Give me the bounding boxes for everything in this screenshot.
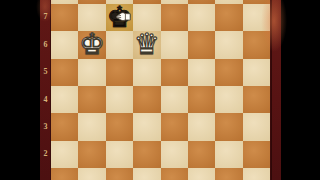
rank-label-4: 4 xyxy=(40,95,51,105)
square-a4[interactable] xyxy=(51,86,78,113)
square-a1[interactable] xyxy=(51,168,78,180)
square-f7[interactable] xyxy=(188,4,215,31)
square-g3[interactable] xyxy=(215,113,242,140)
board-frame: ♚♚♛ 765432 xyxy=(40,0,281,180)
square-c4[interactable] xyxy=(106,86,133,113)
square-g7[interactable] xyxy=(215,4,242,31)
square-h3[interactable] xyxy=(243,113,270,140)
square-g2[interactable] xyxy=(215,141,242,168)
frame-sheen-top-right xyxy=(261,0,287,52)
square-e1[interactable] xyxy=(161,168,188,180)
square-b5[interactable] xyxy=(78,59,105,86)
square-b3[interactable] xyxy=(78,113,105,140)
square-f6[interactable] xyxy=(188,31,215,58)
square-c3[interactable] xyxy=(106,113,133,140)
chess-board: ♚♚♛ xyxy=(51,0,270,180)
square-d5[interactable] xyxy=(133,59,160,86)
square-h5[interactable] xyxy=(243,59,270,86)
square-h1[interactable] xyxy=(243,168,270,180)
square-e7[interactable] xyxy=(161,4,188,31)
square-f1[interactable] xyxy=(188,168,215,180)
square-a2[interactable] xyxy=(51,141,78,168)
square-a5[interactable] xyxy=(51,59,78,86)
square-g6[interactable] xyxy=(215,31,242,58)
square-e6[interactable] xyxy=(161,31,188,58)
square-d3[interactable] xyxy=(133,113,160,140)
square-e4[interactable] xyxy=(161,86,188,113)
white-queen[interactable]: ♛ xyxy=(133,31,160,58)
square-e2[interactable] xyxy=(161,141,188,168)
square-a7[interactable] xyxy=(51,4,78,31)
square-d2[interactable] xyxy=(133,141,160,168)
square-g4[interactable] xyxy=(215,86,242,113)
square-c6[interactable] xyxy=(106,31,133,58)
white-king[interactable]: ♚ xyxy=(78,31,105,58)
square-d6[interactable]: ♛ xyxy=(133,31,160,58)
square-c5[interactable] xyxy=(106,59,133,86)
rank-label-6: 6 xyxy=(40,40,51,50)
square-h2[interactable] xyxy=(243,141,270,168)
square-e5[interactable] xyxy=(161,59,188,86)
square-b6[interactable]: ♚ xyxy=(78,31,105,58)
square-a6[interactable] xyxy=(51,31,78,58)
square-g5[interactable] xyxy=(215,59,242,86)
video-frame: ♚♚♛ 765432 xyxy=(0,0,320,180)
square-g1[interactable] xyxy=(215,168,242,180)
square-f5[interactable] xyxy=(188,59,215,86)
square-b1[interactable] xyxy=(78,168,105,180)
square-e3[interactable] xyxy=(161,113,188,140)
rank-label-2: 2 xyxy=(40,149,51,159)
board-grid: ♚♚♛ xyxy=(51,0,270,180)
square-d1[interactable] xyxy=(133,168,160,180)
square-b4[interactable] xyxy=(78,86,105,113)
square-b2[interactable] xyxy=(78,141,105,168)
hand-glove-cursor xyxy=(115,11,131,23)
square-c1[interactable] xyxy=(106,168,133,180)
rank-label-3: 3 xyxy=(40,122,51,132)
square-d4[interactable] xyxy=(133,86,160,113)
square-f3[interactable] xyxy=(188,113,215,140)
square-c2[interactable] xyxy=(106,141,133,168)
square-f2[interactable] xyxy=(188,141,215,168)
rank-label-7: 7 xyxy=(40,12,51,22)
rank-label-5: 5 xyxy=(40,67,51,77)
square-h4[interactable] xyxy=(243,86,270,113)
square-a3[interactable] xyxy=(51,113,78,140)
square-f4[interactable] xyxy=(188,86,215,113)
